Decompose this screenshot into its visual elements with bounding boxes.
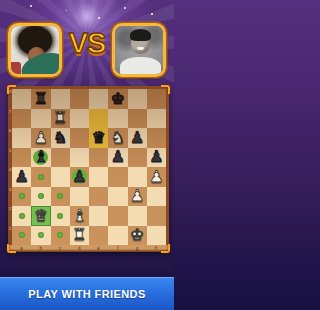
white-pawn[interactable]: ♟ [31, 128, 50, 148]
square-d7[interactable] [70, 109, 89, 129]
file-label-c: c [51, 246, 70, 251]
board-grid: ♜♚♜♟♞♛♞♟♝♟♟♟♟♟♟♛♝♜♚ [12, 89, 166, 245]
square-b2[interactable]: ♛ [31, 206, 50, 226]
square-e5[interactable] [89, 148, 108, 168]
right-player-photo [115, 26, 163, 74]
square-e1[interactable] [89, 226, 108, 246]
square-d8[interactable] [70, 89, 89, 109]
square-c1[interactable] [51, 226, 70, 246]
square-c8[interactable] [51, 89, 70, 109]
square-a6[interactable] [12, 128, 31, 148]
square-b5[interactable]: ♝ [31, 148, 50, 168]
square-d2[interactable]: ♝ [70, 206, 89, 226]
white-king[interactable]: ♚ [128, 226, 147, 246]
black-pawn[interactable]: ♟ [128, 128, 147, 148]
square-c6[interactable]: ♞ [51, 128, 70, 148]
white-queen[interactable]: ♛ [31, 206, 50, 226]
square-g3[interactable]: ♟ [128, 187, 147, 207]
sparkle-icon [30, 5, 32, 7]
black-queen[interactable]: ♛ [89, 128, 108, 148]
square-h4[interactable]: ♟ [147, 167, 166, 187]
file-label-b: b [31, 246, 50, 251]
square-h2[interactable] [147, 206, 166, 226]
black-king[interactable]: ♚ [108, 89, 127, 109]
legal-move-dot [57, 232, 63, 238]
white-pawn[interactable]: ♟ [128, 187, 147, 207]
rank-label-2: 2 [8, 207, 12, 211]
square-e4[interactable] [89, 167, 108, 187]
black-rook[interactable]: ♜ [31, 89, 50, 109]
square-c7[interactable]: ♜ [51, 109, 70, 129]
file-label-d: d [70, 246, 89, 251]
square-h7[interactable] [147, 109, 166, 129]
square-f7[interactable] [108, 109, 127, 129]
rank-label-4: 4 [8, 168, 12, 172]
black-pawn[interactable]: ♟ [70, 167, 89, 187]
black-pawn[interactable]: ♟ [108, 148, 127, 168]
corner-bracket-icon [7, 244, 16, 253]
square-e8[interactable] [89, 89, 108, 109]
square-b6[interactable]: ♟ [31, 128, 50, 148]
square-b3[interactable] [31, 187, 50, 207]
rank-label-7: 7 [8, 110, 12, 114]
square-b1[interactable] [31, 226, 50, 246]
square-d6[interactable] [70, 128, 89, 148]
white-knight[interactable]: ♞ [108, 128, 127, 148]
square-h5[interactable]: ♟ [147, 148, 166, 168]
square-g2[interactable] [128, 206, 147, 226]
sparkle-icon [151, 13, 153, 15]
square-d5[interactable] [70, 148, 89, 168]
legal-move-dot [19, 193, 25, 199]
square-g5[interactable] [128, 148, 147, 168]
square-b7[interactable] [31, 109, 50, 129]
square-h6[interactable] [147, 128, 166, 148]
square-c5[interactable] [51, 148, 70, 168]
corner-bracket-icon [7, 85, 16, 94]
square-a2[interactable] [12, 206, 31, 226]
square-g4[interactable] [128, 167, 147, 187]
lower-backdrop [0, 252, 174, 277]
white-bishop[interactable]: ♝ [70, 206, 89, 226]
square-e3[interactable] [89, 187, 108, 207]
square-e7[interactable] [89, 109, 108, 129]
legal-move-dot [38, 193, 44, 199]
square-f4[interactable] [108, 167, 127, 187]
file-label-f: f [108, 246, 127, 251]
square-g6[interactable]: ♟ [128, 128, 147, 148]
square-h1[interactable] [147, 226, 166, 246]
square-e2[interactable] [89, 206, 108, 226]
rank-label-1: 1 [8, 227, 12, 231]
corner-bracket-icon [161, 244, 170, 253]
rank-label-6: 6 [8, 129, 12, 133]
white-rook[interactable]: ♜ [51, 109, 70, 129]
square-d4[interactable]: ♟ [70, 167, 89, 187]
rank-label-3: 3 [8, 188, 12, 192]
rank-label-5: 5 [8, 149, 12, 153]
legal-move-dot [57, 193, 63, 199]
square-b8[interactable]: ♜ [31, 89, 50, 109]
cta-label: PLAY WITH FRIENDS [28, 288, 145, 300]
corner-bracket-icon [161, 85, 170, 94]
square-c2[interactable] [51, 206, 70, 226]
square-a3[interactable] [12, 187, 31, 207]
black-pawn[interactable]: ♟ [12, 167, 31, 187]
square-g7[interactable] [128, 109, 147, 129]
play-with-friends-banner[interactable]: PLAY WITH FRIENDS [0, 277, 174, 310]
legal-move-dot [38, 174, 44, 180]
square-a7[interactable] [12, 109, 31, 129]
square-c3[interactable] [51, 187, 70, 207]
sparkle-icon [66, 10, 67, 11]
square-d1[interactable]: ♜ [70, 226, 89, 246]
chess-board: ♜♚♜♟♞♛♞♟♝♟♟♟♟♟♟♛♝♜♚ 87654321abcdefgh [8, 86, 169, 252]
square-c4[interactable] [51, 167, 70, 187]
white-rook[interactable]: ♜ [70, 226, 89, 246]
square-g8[interactable] [128, 89, 147, 109]
black-bishop[interactable]: ♝ [31, 148, 50, 168]
legal-move-dot [19, 232, 25, 238]
square-f5[interactable]: ♟ [108, 148, 127, 168]
black-knight[interactable]: ♞ [51, 128, 70, 148]
right-player-avatar[interactable] [112, 23, 166, 77]
square-a5[interactable] [12, 148, 31, 168]
square-h3[interactable] [147, 187, 166, 207]
legal-move-dot [57, 213, 63, 219]
square-a4[interactable]: ♟ [12, 167, 31, 187]
square-f2[interactable] [108, 206, 127, 226]
square-f8[interactable]: ♚ [108, 89, 127, 109]
square-a1[interactable] [12, 226, 31, 246]
sparkle-icon [124, 7, 126, 9]
chess-game-screen: { "game": "chess", "header": { "vs_label… [0, 0, 174, 310]
square-e6[interactable]: ♛ [89, 128, 108, 148]
black-pawn[interactable]: ♟ [147, 148, 166, 168]
square-d3[interactable] [70, 187, 89, 207]
file-label-e: e [89, 246, 108, 251]
square-f6[interactable]: ♞ [108, 128, 127, 148]
legal-move-dot [38, 232, 44, 238]
legal-move-dot [19, 213, 25, 219]
square-f1[interactable] [108, 226, 127, 246]
sparkle-icon [98, 17, 100, 19]
square-g1[interactable]: ♚ [128, 226, 147, 246]
white-pawn[interactable]: ♟ [147, 167, 166, 187]
square-f3[interactable] [108, 187, 127, 207]
file-label-g: g [128, 246, 147, 251]
square-b4[interactable] [31, 167, 50, 187]
